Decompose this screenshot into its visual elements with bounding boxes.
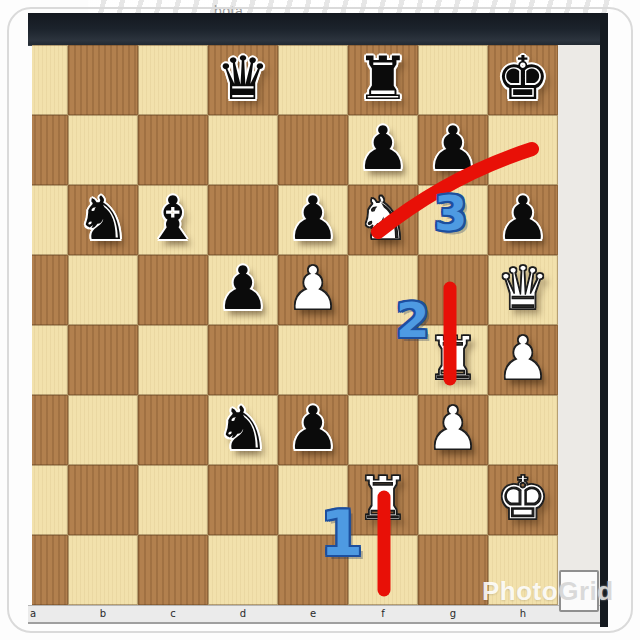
panel-corner-box	[559, 570, 599, 612]
square-f8[interactable]: ♜	[348, 45, 418, 115]
square-h5[interactable]: ♛	[488, 255, 558, 325]
square-e4[interactable]	[278, 325, 348, 395]
square-c7[interactable]	[138, 115, 208, 185]
piece-white-pawn-e5[interactable]: ♟	[278, 252, 348, 322]
square-d8[interactable]: ♛	[208, 45, 278, 115]
square-d7[interactable]	[208, 115, 278, 185]
square-c4[interactable]	[138, 325, 208, 395]
square-h7[interactable]	[488, 115, 558, 185]
piece-black-pawn-f7[interactable]: ♟	[348, 112, 418, 182]
square-e7[interactable]	[278, 115, 348, 185]
square-c6[interactable]: ♝	[138, 185, 208, 255]
file-label-b: b	[96, 608, 110, 619]
square-g5[interactable]	[418, 255, 488, 325]
square-b7[interactable]	[68, 115, 138, 185]
piece-black-pawn-h6[interactable]: ♟	[488, 182, 558, 252]
square-d2[interactable]	[208, 465, 278, 535]
square-g4[interactable]: ♜	[418, 325, 488, 395]
square-h1[interactable]	[488, 535, 558, 605]
piece-white-rook-g4[interactable]: ♜	[418, 322, 488, 392]
square-g6[interactable]	[418, 185, 488, 255]
piece-black-queen-d8[interactable]: ♛	[208, 45, 278, 112]
square-a7[interactable]	[32, 115, 68, 185]
app-right-border	[600, 13, 608, 627]
square-c1[interactable]	[138, 535, 208, 605]
square-d4[interactable]	[208, 325, 278, 395]
piece-white-pawn-g3[interactable]: ♟	[418, 392, 488, 462]
photogrid-stripes	[88, 0, 613, 13]
piece-white-king-h2[interactable]: ♚	[488, 462, 558, 532]
piece-black-bishop-c6[interactable]: ♝	[138, 182, 208, 252]
piece-white-knight-f6[interactable]: ♞	[348, 182, 418, 252]
piece-black-knight-b6[interactable]: ♞	[68, 182, 138, 252]
square-f1[interactable]	[348, 535, 418, 605]
square-c8[interactable]	[138, 45, 208, 115]
piece-black-king-h8[interactable]: ♚	[488, 45, 558, 112]
square-f6[interactable]: ♞	[348, 185, 418, 255]
square-a3[interactable]	[32, 395, 68, 465]
square-f7[interactable]: ♟	[348, 115, 418, 185]
square-e1[interactable]	[278, 535, 348, 605]
square-e8[interactable]	[278, 45, 348, 115]
file-label-f: f	[376, 608, 390, 619]
square-g2[interactable]	[418, 465, 488, 535]
square-a1[interactable]	[32, 535, 68, 605]
square-h6[interactable]: ♟	[488, 185, 558, 255]
square-a6[interactable]	[32, 185, 68, 255]
file-label-a: a	[26, 608, 40, 619]
square-f2[interactable]: ♜	[348, 465, 418, 535]
square-f5[interactable]	[348, 255, 418, 325]
square-b8[interactable]	[68, 45, 138, 115]
piece-white-rook-f2[interactable]: ♜	[348, 462, 418, 532]
square-h3[interactable]	[488, 395, 558, 465]
square-e2[interactable]	[278, 465, 348, 535]
square-a8[interactable]	[32, 45, 68, 115]
piece-black-pawn-d5[interactable]: ♟	[208, 252, 278, 322]
app-header-bar	[28, 13, 607, 46]
square-d6[interactable]	[208, 185, 278, 255]
file-label-e: e	[306, 608, 320, 619]
chess-board-viewport: ♛♜♚♟♟♞♝♟♞♟♟♟♛♜♟♞♟♟♜♚	[32, 45, 558, 605]
square-b5[interactable]	[68, 255, 138, 325]
piece-black-pawn-e3[interactable]: ♟	[278, 392, 348, 462]
square-e3[interactable]: ♟	[278, 395, 348, 465]
piece-white-pawn-h4[interactable]: ♟	[488, 322, 558, 392]
square-h2[interactable]: ♚	[488, 465, 558, 535]
file-label-strip: abcdefgh	[28, 605, 600, 624]
app-right-panel	[558, 45, 600, 622]
square-b3[interactable]	[68, 395, 138, 465]
piece-black-rook-f8[interactable]: ♜	[348, 45, 418, 112]
square-f3[interactable]	[348, 395, 418, 465]
square-g7[interactable]: ♟	[418, 115, 488, 185]
square-c5[interactable]	[138, 255, 208, 325]
square-a5[interactable]	[32, 255, 68, 325]
square-g1[interactable]	[418, 535, 488, 605]
square-b1[interactable]	[68, 535, 138, 605]
square-h8[interactable]: ♚	[488, 45, 558, 115]
file-label-d: d	[236, 608, 250, 619]
square-g8[interactable]	[418, 45, 488, 115]
square-b2[interactable]	[68, 465, 138, 535]
piece-white-queen-h5[interactable]: ♛	[488, 252, 558, 322]
square-h4[interactable]: ♟	[488, 325, 558, 395]
photogrid-canvas: bota ♛♜♚♟♟♞♝♟♞♟♟♟♛♜♟♞♟♟♜♚ abcdefgh Photo…	[0, 0, 640, 640]
square-g3[interactable]: ♟	[418, 395, 488, 465]
square-b4[interactable]	[68, 325, 138, 395]
square-d1[interactable]	[208, 535, 278, 605]
file-label-c: c	[166, 608, 180, 619]
square-c3[interactable]	[138, 395, 208, 465]
file-label-g: g	[446, 608, 460, 619]
piece-black-pawn-g7[interactable]: ♟	[418, 112, 488, 182]
square-e5[interactable]: ♟	[278, 255, 348, 325]
chess-board[interactable]: ♛♜♚♟♟♞♝♟♞♟♟♟♛♜♟♞♟♟♜♚	[32, 45, 558, 605]
square-a2[interactable]	[32, 465, 68, 535]
square-c2[interactable]	[138, 465, 208, 535]
file-label-h: h	[516, 608, 530, 619]
square-d5[interactable]: ♟	[208, 255, 278, 325]
piece-black-knight-d3[interactable]: ♞	[208, 392, 278, 462]
square-b6[interactable]: ♞	[68, 185, 138, 255]
square-d3[interactable]: ♞	[208, 395, 278, 465]
piece-black-pawn-e6[interactable]: ♟	[278, 182, 348, 252]
square-f4[interactable]	[348, 325, 418, 395]
square-e6[interactable]: ♟	[278, 185, 348, 255]
square-a4[interactable]	[32, 325, 68, 395]
